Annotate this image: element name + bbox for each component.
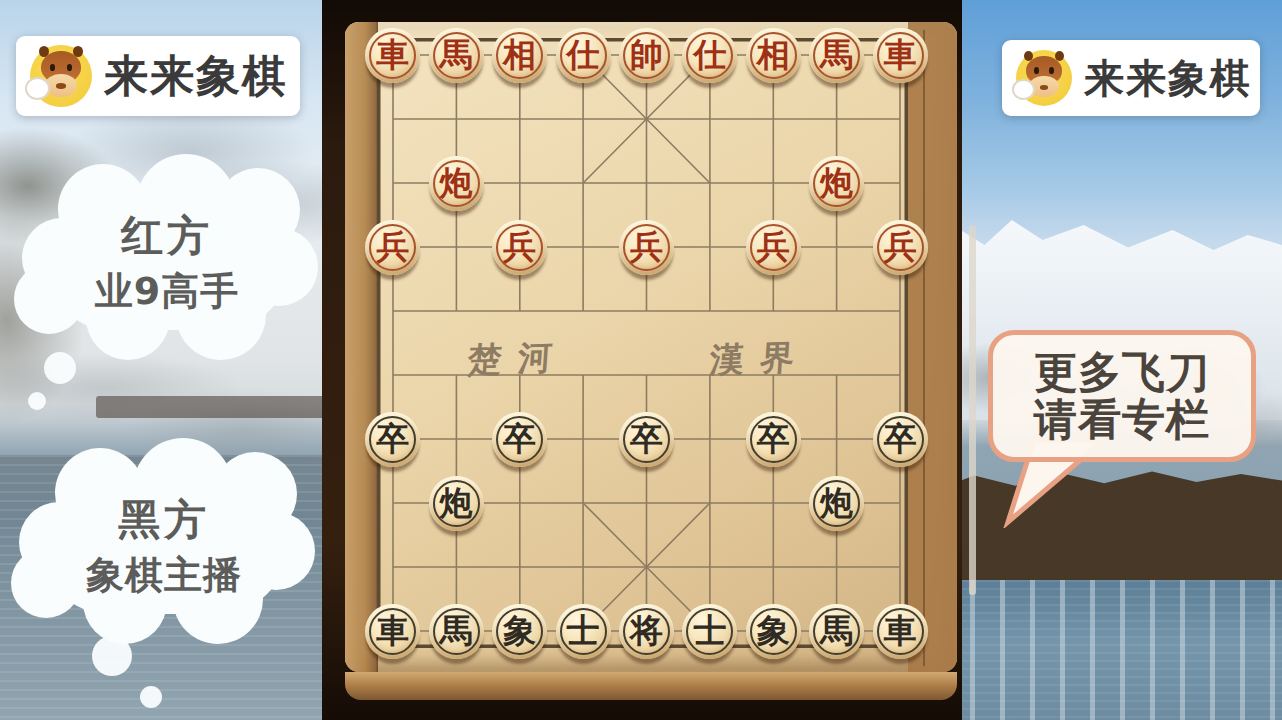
piece-label: 炮 bbox=[440, 486, 473, 519]
piece-label: 卒 bbox=[757, 422, 790, 455]
piece-red-仕-c5r0[interactable]: 仕 bbox=[682, 28, 737, 83]
piece-black-馬-c1r9[interactable]: 馬 bbox=[429, 604, 484, 659]
piece-black-将-c4r9[interactable]: 将 bbox=[619, 604, 674, 659]
promo-bubble: 更多飞刀 请看专栏 bbox=[988, 330, 1256, 462]
black-player-side-label: 黑方 bbox=[118, 492, 210, 548]
piece-black-卒-c0r6[interactable]: 卒 bbox=[365, 412, 420, 467]
piece-red-兵-c0r3[interactable]: 兵 bbox=[365, 220, 420, 275]
piece-red-馬-c1r0[interactable]: 馬 bbox=[429, 28, 484, 83]
red-bubble-tail bbox=[28, 392, 46, 410]
piece-black-卒-c2r6[interactable]: 卒 bbox=[492, 412, 547, 467]
piece-red-兵-c2r3[interactable]: 兵 bbox=[492, 220, 547, 275]
piece-red-炮-c1r2[interactable]: 炮 bbox=[429, 156, 484, 211]
pieces-layer: 車馬相仕帥仕相馬車炮炮兵兵兵兵兵卒卒卒卒卒炮炮車馬象士将士象馬車 bbox=[361, 23, 932, 663]
piece-black-炮-c1r7[interactable]: 炮 bbox=[429, 476, 484, 531]
piece-label: 相 bbox=[503, 38, 536, 71]
piece-label: 馬 bbox=[440, 614, 473, 647]
black-bubble-tail bbox=[92, 636, 132, 676]
piece-label: 兵 bbox=[630, 230, 663, 263]
piece-black-馬-c7r9[interactable]: 馬 bbox=[809, 604, 864, 659]
app-logo-text: 来来象棋 bbox=[1084, 51, 1252, 106]
piece-label: 卒 bbox=[376, 422, 409, 455]
promo-line-2: 请看专栏 bbox=[1034, 396, 1210, 443]
piece-red-兵-c6r3[interactable]: 兵 bbox=[746, 220, 801, 275]
piece-label: 相 bbox=[757, 38, 790, 71]
promo-line-1: 更多飞刀 bbox=[1034, 349, 1210, 396]
piece-black-士-c3r9[interactable]: 士 bbox=[556, 604, 611, 659]
piece-red-兵-c8r3[interactable]: 兵 bbox=[873, 220, 928, 275]
piece-label: 象 bbox=[503, 614, 536, 647]
background-right-pole bbox=[969, 225, 976, 595]
background-left-bridge bbox=[96, 396, 346, 418]
black-player-title-label: 象棋主播 bbox=[86, 550, 242, 601]
piece-label: 将 bbox=[630, 614, 663, 647]
black-bubble-tail bbox=[140, 686, 162, 708]
piece-black-車-c0r9[interactable]: 車 bbox=[365, 604, 420, 659]
piece-label: 帥 bbox=[630, 38, 663, 71]
piece-label: 炮 bbox=[440, 166, 473, 199]
mascot-cow-icon bbox=[1016, 50, 1072, 106]
piece-red-相-c6r0[interactable]: 相 bbox=[746, 28, 801, 83]
piece-label: 馬 bbox=[820, 38, 853, 71]
background-right-lake bbox=[940, 580, 1282, 720]
app-logo-text: 来来象棋 bbox=[104, 47, 288, 106]
piece-red-仕-c3r0[interactable]: 仕 bbox=[556, 28, 611, 83]
piece-label: 車 bbox=[376, 38, 409, 71]
piece-red-兵-c4r3[interactable]: 兵 bbox=[619, 220, 674, 275]
piece-red-車-c8r0[interactable]: 車 bbox=[873, 28, 928, 83]
piece-label: 仕 bbox=[567, 38, 600, 71]
app-logo-right: 来来象棋 bbox=[1002, 40, 1260, 116]
piece-label: 仕 bbox=[693, 38, 726, 71]
piece-red-帥-c4r0[interactable]: 帥 bbox=[619, 28, 674, 83]
piece-red-馬-c7r0[interactable]: 馬 bbox=[809, 28, 864, 83]
piece-black-象-c2r9[interactable]: 象 bbox=[492, 604, 547, 659]
piece-label: 士 bbox=[693, 614, 726, 647]
black-player-bubble: 黑方 象棋主播 bbox=[25, 462, 303, 630]
piece-label: 炮 bbox=[820, 486, 853, 519]
piece-label: 車 bbox=[884, 614, 917, 647]
red-player-rank-label: 业9高手 bbox=[95, 266, 239, 317]
piece-black-卒-c4r6[interactable]: 卒 bbox=[619, 412, 674, 467]
app-logo-left: 来来象棋 bbox=[16, 36, 300, 116]
piece-label: 兵 bbox=[503, 230, 536, 263]
piece-red-相-c2r0[interactable]: 相 bbox=[492, 28, 547, 83]
piece-label: 士 bbox=[567, 614, 600, 647]
piece-label: 車 bbox=[376, 614, 409, 647]
piece-label: 兵 bbox=[884, 230, 917, 263]
piece-label: 馬 bbox=[440, 38, 473, 71]
piece-label: 炮 bbox=[820, 166, 853, 199]
piece-label: 馬 bbox=[820, 614, 853, 647]
piece-red-車-c0r0[interactable]: 車 bbox=[365, 28, 420, 83]
piece-label: 車 bbox=[884, 38, 917, 71]
piece-label: 卒 bbox=[630, 422, 663, 455]
piece-label: 卒 bbox=[884, 422, 917, 455]
red-bubble-tail bbox=[44, 352, 76, 384]
red-player-bubble: 红方 业9高手 bbox=[28, 178, 306, 346]
piece-label: 象 bbox=[757, 614, 790, 647]
xiangqi-board: 楚河 漢界 車馬相仕帥仕相馬車炮炮兵兵兵兵兵卒卒卒卒卒炮炮車馬象士将士象馬車 bbox=[322, 0, 962, 720]
mascot-cow-icon bbox=[30, 45, 92, 107]
piece-black-象-c6r9[interactable]: 象 bbox=[746, 604, 801, 659]
piece-black-車-c8r9[interactable]: 車 bbox=[873, 604, 928, 659]
red-player-side-label: 红方 bbox=[121, 208, 213, 264]
piece-black-卒-c8r6[interactable]: 卒 bbox=[873, 412, 928, 467]
piece-black-炮-c7r7[interactable]: 炮 bbox=[809, 476, 864, 531]
piece-label: 兵 bbox=[757, 230, 790, 263]
piece-label: 兵 bbox=[376, 230, 409, 263]
piece-red-炮-c7r2[interactable]: 炮 bbox=[809, 156, 864, 211]
board-front-edge bbox=[345, 672, 957, 700]
piece-label: 卒 bbox=[503, 422, 536, 455]
piece-black-卒-c6r6[interactable]: 卒 bbox=[746, 412, 801, 467]
piece-black-士-c5r9[interactable]: 士 bbox=[682, 604, 737, 659]
